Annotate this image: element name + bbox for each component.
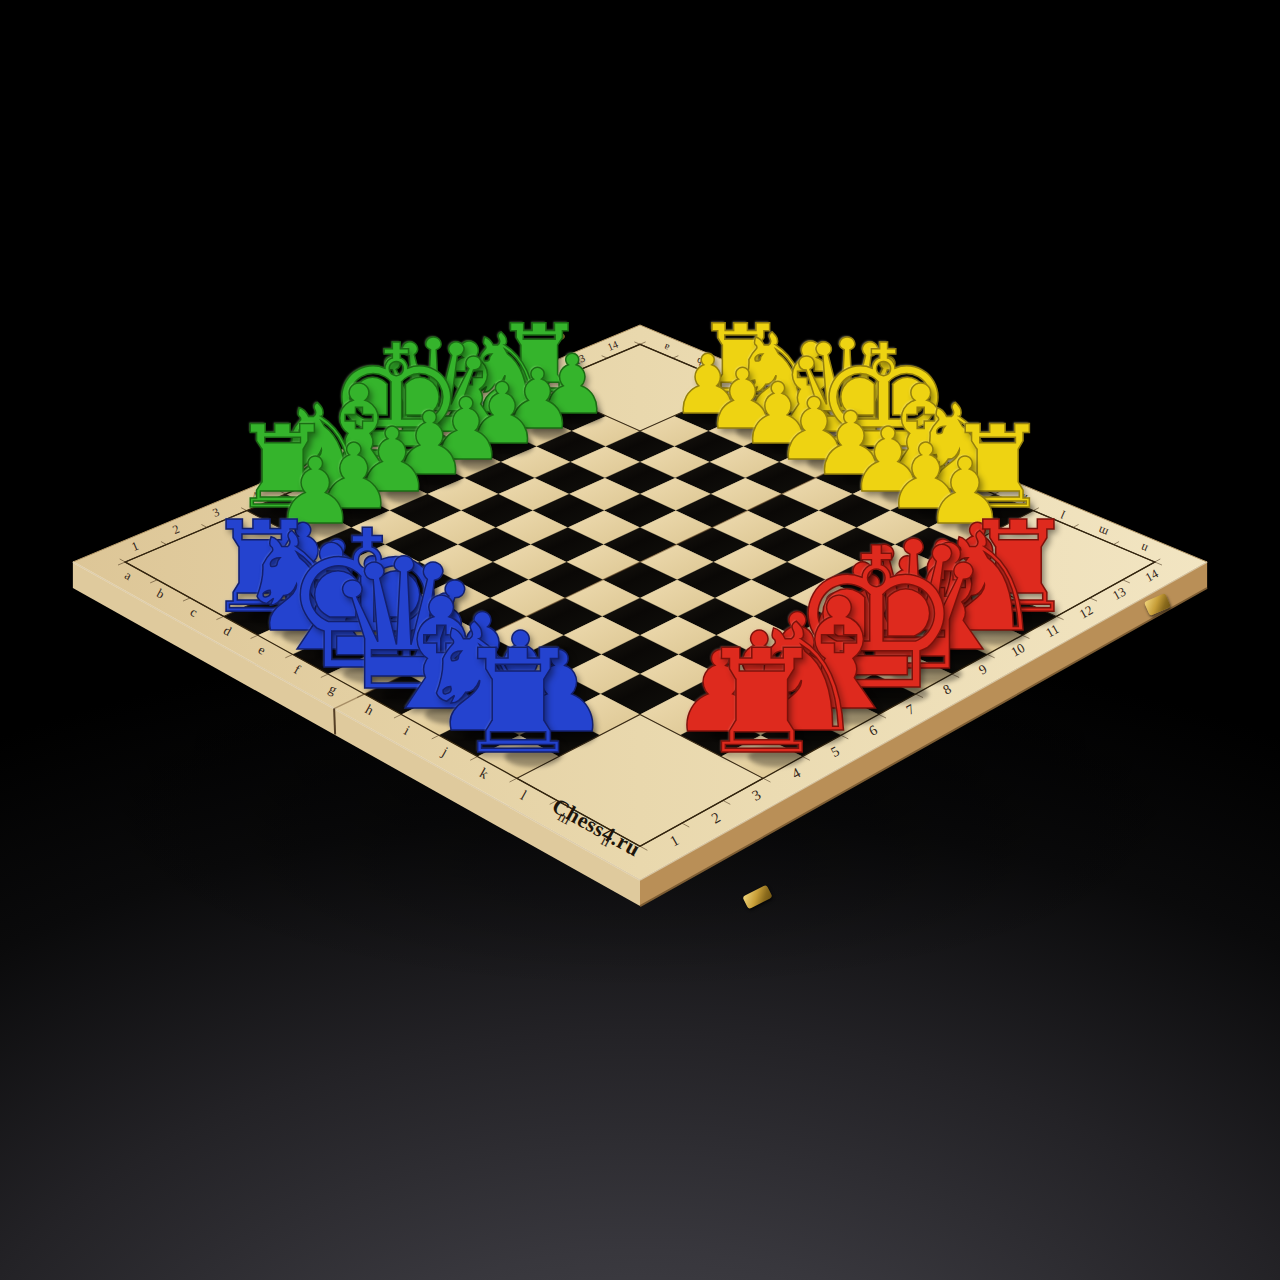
- piece-blue-rook-k1[interactable]: ♜: [454, 630, 583, 774]
- scene: aabbccddeeffgghhiijjkkllmmnn112233445566…: [0, 0, 1280, 1280]
- piece-red-rook-n4[interactable]: ♜: [697, 630, 826, 774]
- pieces-layer: ♜♜♞♞♝♝♚♛♟♟♟♟♟♟♟♟♜♜♞♞♝♝♚♛♟♟♟♟♟♟♟♟♜♜♞♞♝♝♛♚…: [0, 0, 1280, 1280]
